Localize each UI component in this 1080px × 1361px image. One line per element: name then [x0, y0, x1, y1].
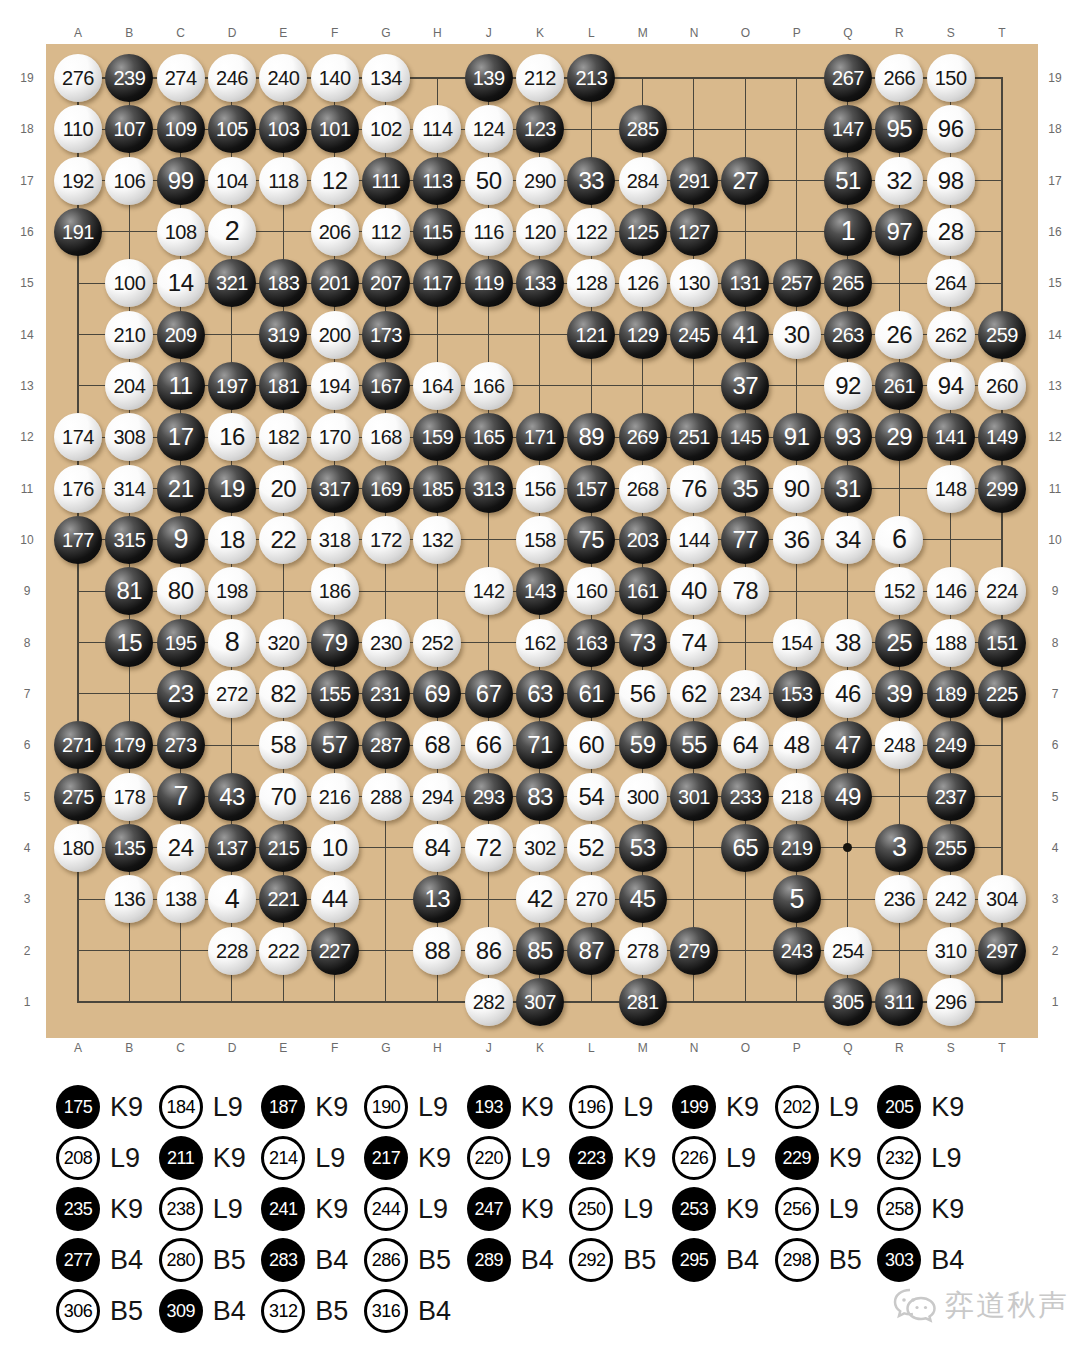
row-label-left: 14 [12, 326, 42, 344]
legend-stone: 193 [467, 1085, 511, 1129]
stone-move-number: 215 [267, 838, 299, 858]
legend-stone: 250 [569, 1187, 613, 1231]
stone-move-number: 142 [473, 581, 505, 601]
board-stone-27: 27 [721, 157, 769, 205]
stone-move-number: 145 [729, 427, 761, 447]
board-stone-263: 263 [824, 311, 872, 359]
row-label-right: 11 [1040, 480, 1070, 498]
board-stone-78: 78 [721, 567, 769, 615]
board-stone-203: 203 [619, 516, 667, 564]
board-stone-60: 60 [567, 721, 615, 769]
stone-move-number: 67 [476, 682, 502, 706]
legend-entry-move-256: 256L9 [775, 1187, 859, 1231]
column-label-bottom: C [166, 1039, 196, 1057]
board-stone-219: 219 [773, 824, 821, 872]
legend-entry-move-312: 312B5 [261, 1289, 348, 1333]
stone-move-number: 245 [678, 325, 710, 345]
column-label-top: R [884, 24, 914, 42]
legend-stone: 286 [364, 1238, 408, 1282]
stone-move-number: 271 [62, 735, 94, 755]
board-stone-180: 180 [54, 824, 102, 872]
stone-move-number: 236 [883, 889, 915, 909]
stone-move-number: 290 [524, 171, 556, 191]
stone-move-number: 68 [424, 733, 450, 757]
board-stone-108: 108 [157, 208, 205, 256]
board-stone-198: 198 [208, 567, 256, 615]
stone-move-number: 106 [113, 171, 145, 191]
stone-move-number: 111 [372, 171, 401, 191]
board-stone-59: 59 [619, 721, 667, 769]
board-stone-230: 230 [362, 619, 410, 667]
legend-entry-move-309: 309B4 [159, 1289, 246, 1333]
board-stone-22: 22 [259, 516, 307, 564]
legend-entry-move-316: 316B4 [364, 1289, 451, 1333]
board-stone-30: 30 [773, 311, 821, 359]
board-stone-181: 181 [259, 362, 307, 410]
board-stone-39: 39 [875, 670, 923, 718]
row-label-left: 13 [12, 377, 42, 395]
stone-move-number: 39 [886, 682, 912, 706]
stone-move-number: 60 [578, 733, 604, 757]
stone-move-number: 122 [575, 222, 607, 242]
stone-move-number: 30 [784, 323, 810, 347]
legend-entry-move-187: 187K9 [261, 1085, 348, 1129]
legend-entry-move-238: 238L9 [159, 1187, 243, 1231]
stone-move-number: 43 [219, 785, 245, 809]
board-stone-29: 29 [875, 413, 923, 461]
stone-move-number: 75 [578, 528, 604, 552]
legend-coordinate: L9 [110, 1143, 140, 1174]
stone-move-number: 195 [165, 633, 197, 653]
stone-move-number: 101 [319, 119, 351, 139]
row-label-right: 4 [1040, 839, 1070, 857]
board-stone-75: 75 [567, 516, 615, 564]
column-label-top: F [320, 24, 350, 42]
stone-move-number: 301 [678, 787, 710, 807]
stone-move-number: 210 [113, 325, 145, 345]
legend-coordinate: B5 [315, 1296, 348, 1327]
column-label-top: C [166, 24, 196, 42]
stone-move-number: 118 [268, 171, 298, 191]
stone-move-number: 151 [986, 633, 1018, 653]
board-stone-74: 74 [670, 619, 718, 667]
board-stone-197: 197 [208, 362, 256, 410]
legend-coordinate: B5 [110, 1296, 143, 1327]
stone-move-number: 159 [421, 427, 453, 447]
legend-coordinate: K9 [726, 1194, 759, 1225]
legend-stone: 295 [672, 1238, 716, 1282]
board-stone-287: 287 [362, 721, 410, 769]
legend-stone: 238 [159, 1187, 203, 1231]
stone-move-number: 176 [62, 479, 94, 499]
board-stone-83: 83 [516, 773, 564, 821]
board-stone-85: 85 [516, 927, 564, 975]
row-label-left: 2 [12, 942, 42, 960]
legend-coordinate: L9 [726, 1143, 756, 1174]
stone-move-number: 171 [524, 427, 556, 447]
legend-stone: 220 [467, 1136, 511, 1180]
stone-move-number: 48 [784, 733, 810, 757]
stone-move-number: 160 [575, 581, 607, 601]
board-stone-245: 245 [670, 311, 718, 359]
stone-move-number: 158 [524, 530, 556, 550]
stone-move-number: 314 [113, 479, 145, 499]
board-stone-41: 41 [721, 311, 769, 359]
stone-move-number: 219 [781, 838, 813, 858]
stone-move-number: 139 [473, 68, 505, 88]
row-label-left: 18 [12, 120, 42, 138]
stone-move-number: 19 [219, 477, 245, 501]
board-stone-224: 224 [978, 567, 1026, 615]
stone-move-number: 149 [986, 427, 1018, 447]
board-stone-55: 55 [670, 721, 718, 769]
board-stone-82: 82 [259, 670, 307, 718]
board-stone-76: 76 [670, 465, 718, 513]
legend-entry-move-175: 175K9 [56, 1085, 143, 1129]
board-stone-186: 186 [311, 567, 359, 615]
board-stone-69: 69 [413, 670, 461, 718]
stone-move-number: 255 [935, 838, 967, 858]
stone-move-number: 178 [113, 787, 145, 807]
board-stone-77: 77 [721, 516, 769, 564]
row-label-left: 3 [12, 890, 42, 908]
board-stone-231: 231 [362, 670, 410, 718]
board-stone-114: 114 [413, 105, 461, 153]
legend-entry-move-214: 214L9 [261, 1136, 345, 1180]
board-stone-275: 275 [54, 773, 102, 821]
board-stone-126: 126 [619, 259, 667, 307]
stone-move-number: 138 [165, 889, 197, 909]
stone-move-number: 228 [216, 941, 248, 961]
stone-move-number: 167 [370, 376, 402, 396]
column-label-bottom: M [628, 1039, 658, 1057]
stone-move-number: 265 [832, 273, 864, 293]
board-stone-176: 176 [54, 465, 102, 513]
board-stone-1: 1 [824, 208, 872, 256]
legend-entry-move-292: 292B5 [569, 1238, 656, 1282]
stone-move-number: 269 [627, 427, 659, 447]
board-stone-106: 106 [105, 157, 153, 205]
stone-move-number: 72 [476, 836, 502, 860]
stone-move-number: 54 [578, 785, 604, 809]
stone-move-number: 321 [216, 273, 248, 293]
row-label-left: 11 [12, 480, 42, 498]
column-label-bottom: H [422, 1039, 452, 1057]
legend-coordinate: K9 [726, 1092, 759, 1123]
stone-move-number: 10 [322, 836, 348, 860]
board-stone-134: 134 [362, 54, 410, 102]
column-label-top: P [782, 24, 812, 42]
board-stone-47: 47 [824, 721, 872, 769]
stone-move-number: 318 [319, 530, 351, 550]
board-stone-160: 160 [567, 567, 615, 615]
stone-move-number: 49 [835, 785, 861, 809]
board-stone-40: 40 [670, 567, 718, 615]
board-stone-268: 268 [619, 465, 667, 513]
board-stone-242: 242 [927, 875, 975, 923]
row-label-right: 1 [1040, 993, 1070, 1011]
stone-move-number: 76 [681, 477, 707, 501]
board-stone-252: 252 [413, 619, 461, 667]
stone-move-number: 136 [113, 889, 145, 909]
legend-entry-move-232: 232L9 [877, 1136, 961, 1180]
stone-move-number: 304 [986, 889, 1018, 909]
board-stone-227: 227 [311, 927, 359, 975]
stone-move-number: 112 [371, 222, 401, 242]
stone-move-number: 170 [319, 427, 351, 447]
board-stone-284: 284 [619, 157, 667, 205]
stone-move-number: 262 [935, 325, 967, 345]
stone-move-number: 90 [784, 477, 810, 501]
board-stone-248: 248 [875, 721, 923, 769]
board-stone-15: 15 [105, 619, 153, 667]
board-stone-166: 166 [465, 362, 513, 410]
board-stone-115: 115 [413, 208, 461, 256]
board-stone-260: 260 [978, 362, 1026, 410]
stone-move-number: 174 [62, 427, 94, 447]
board-stone-218: 218 [773, 773, 821, 821]
board-stone-269: 269 [619, 413, 667, 461]
board-stone-173: 173 [362, 311, 410, 359]
legend-entry-move-247: 247K9 [467, 1187, 554, 1231]
stone-move-number: 120 [524, 222, 556, 242]
board-stone-102: 102 [362, 105, 410, 153]
stone-move-number: 169 [370, 479, 402, 499]
board-stone-38: 38 [824, 619, 872, 667]
board-stone-96: 96 [927, 105, 975, 153]
stone-move-number: 22 [270, 528, 296, 552]
stone-move-number: 124 [473, 119, 505, 139]
board-stone-293: 293 [465, 773, 513, 821]
board-stone-254: 254 [824, 927, 872, 975]
board-stone-178: 178 [105, 773, 153, 821]
stone-move-number: 165 [473, 427, 505, 447]
stone-move-number: 191 [62, 222, 94, 242]
legend-entry-move-244: 244L9 [364, 1187, 448, 1231]
stone-move-number: 110 [63, 119, 93, 139]
stone-move-number: 132 [421, 530, 453, 550]
legend-coordinate: L9 [623, 1194, 653, 1225]
column-label-bottom: J [474, 1039, 504, 1057]
board-stone-163: 163 [567, 619, 615, 667]
legend-stone: 199 [672, 1085, 716, 1129]
stone-move-number: 156 [524, 479, 556, 499]
stone-move-number: 53 [630, 836, 656, 860]
board-stone-167: 167 [362, 362, 410, 410]
column-label-top: Q [833, 24, 863, 42]
board-stone-259: 259 [978, 311, 1026, 359]
legend-entry-move-226: 226L9 [672, 1136, 756, 1180]
legend-coordinate: B5 [829, 1245, 862, 1276]
stone-move-number: 273 [165, 735, 197, 755]
board-stone-142: 142 [465, 567, 513, 615]
legend-coordinate: L9 [931, 1143, 961, 1174]
row-label-left: 5 [12, 788, 42, 806]
legend-coordinate: L9 [623, 1092, 653, 1123]
board-stone-117: 117 [413, 259, 461, 307]
stone-move-number: 246 [216, 68, 248, 88]
row-label-left: 10 [12, 531, 42, 549]
column-label-bottom: L [576, 1039, 606, 1057]
kifu-page: 2762392742462401401341392122132672661501… [0, 0, 1080, 1361]
board-stone-221: 221 [259, 875, 307, 923]
stone-move-number: 94 [938, 374, 964, 398]
board-stone-319: 319 [259, 311, 307, 359]
board-stone-45: 45 [619, 875, 667, 923]
legend-stone: 312 [261, 1289, 305, 1333]
stone-move-number: 157 [575, 479, 607, 499]
board-stone-239: 239 [105, 54, 153, 102]
row-label-right: 16 [1040, 223, 1070, 241]
board-stone-10: 10 [311, 824, 359, 872]
stone-move-number: 293 [473, 787, 505, 807]
board-stone-49: 49 [824, 773, 872, 821]
board-stone-61: 61 [567, 670, 615, 718]
board-stone-17: 17 [157, 413, 205, 461]
board-stone-150: 150 [927, 54, 975, 102]
row-label-right: 15 [1040, 274, 1070, 292]
board-stone-278: 278 [619, 927, 667, 975]
stone-move-number: 5 [789, 886, 804, 913]
stone-move-number: 194 [319, 376, 351, 396]
stone-move-number: 133 [524, 273, 556, 293]
legend-entry-move-223: 223K9 [569, 1136, 656, 1180]
legend-stone: 211 [159, 1136, 203, 1180]
board-stone-276: 276 [54, 54, 102, 102]
board-stone-90: 90 [773, 465, 821, 513]
board-stone-23: 23 [157, 670, 205, 718]
legend-stone: 196 [569, 1085, 613, 1129]
stone-move-number: 117 [422, 273, 452, 293]
board-stone-36: 36 [773, 516, 821, 564]
legend-stone: 229 [775, 1136, 819, 1180]
board-stone-112: 112 [362, 208, 410, 256]
board-stone-294: 294 [413, 773, 461, 821]
legend-stone: 241 [261, 1187, 305, 1231]
board-stone-271: 271 [54, 721, 102, 769]
board-stone-119: 119 [465, 259, 513, 307]
board-stone-155: 155 [311, 670, 359, 718]
board-stone-6: 6 [875, 516, 923, 564]
board-stone-12: 12 [311, 157, 359, 205]
column-label-bottom: G [371, 1039, 401, 1057]
board-stone-188: 188 [927, 619, 975, 667]
board-stone-153: 153 [773, 670, 821, 718]
stone-move-number: 163 [575, 633, 607, 653]
board-stone-51: 51 [824, 157, 872, 205]
legend-coordinate: L9 [418, 1194, 448, 1225]
legend-entry-move-286: 286B5 [364, 1238, 451, 1282]
stone-move-number: 172 [370, 530, 402, 550]
stone-move-number: 108 [165, 222, 197, 242]
board-stone-81: 81 [105, 567, 153, 615]
stone-move-number: 143 [524, 581, 556, 601]
legend-coordinate: K9 [829, 1143, 862, 1174]
stone-move-number: 248 [883, 735, 915, 755]
stone-move-number: 134 [370, 68, 402, 88]
board-stone-195: 195 [157, 619, 205, 667]
legend-coordinate: K9 [931, 1194, 964, 1225]
stone-move-number: 86 [476, 939, 502, 963]
stone-move-number: 98 [938, 169, 964, 193]
legend-coordinate: K9 [521, 1194, 554, 1225]
board-stone-285: 285 [619, 105, 667, 153]
stone-move-number: 272 [216, 684, 248, 704]
stone-move-number: 61 [578, 682, 604, 706]
stone-move-number: 154 [781, 633, 813, 653]
board-stone-34: 34 [824, 516, 872, 564]
board-stone-111: 111 [362, 157, 410, 205]
stone-move-number: 279 [678, 941, 710, 961]
stone-move-number: 40 [681, 579, 707, 603]
legend-coordinate: K9 [315, 1092, 348, 1123]
stone-move-number: 92 [835, 374, 861, 398]
row-label-right: 6 [1040, 736, 1070, 754]
legend-stone: 258 [877, 1187, 921, 1231]
board-stone-62: 62 [670, 670, 718, 718]
legend-entry-move-217: 217K9 [364, 1136, 451, 1180]
stone-move-number: 281 [627, 992, 659, 1012]
board-stone-194: 194 [311, 362, 359, 410]
star-point [843, 843, 852, 852]
board-stone-310: 310 [927, 927, 975, 975]
board-stone-288: 288 [362, 773, 410, 821]
row-label-left: 15 [12, 274, 42, 292]
row-label-left: 6 [12, 736, 42, 754]
stone-move-number: 8 [225, 629, 240, 656]
board-stone-189: 189 [927, 670, 975, 718]
stone-move-number: 278 [627, 941, 659, 961]
board-stone-320: 320 [259, 619, 307, 667]
board-stone-301: 301 [670, 773, 718, 821]
stone-move-number: 128 [575, 273, 607, 293]
stone-move-number: 63 [527, 682, 553, 706]
stone-move-number: 197 [216, 376, 248, 396]
board-stone-70: 70 [259, 773, 307, 821]
stone-move-number: 212 [524, 68, 556, 88]
stone-move-number: 141 [935, 427, 967, 447]
stone-move-number: 70 [270, 785, 296, 809]
stone-move-number: 192 [62, 171, 94, 191]
legend-stone: 244 [364, 1187, 408, 1231]
legend-coordinate: K9 [623, 1143, 656, 1174]
board-stone-132: 132 [413, 516, 461, 564]
board-stone-130: 130 [670, 259, 718, 307]
legend-stone: 202 [775, 1085, 819, 1129]
stone-move-number: 308 [113, 427, 145, 447]
board-stone-213: 213 [567, 54, 615, 102]
legend-stone: 306 [56, 1289, 100, 1333]
board-stone-57: 57 [311, 721, 359, 769]
board-stone-182: 182 [259, 413, 307, 461]
stone-move-number: 213 [575, 68, 607, 88]
stone-move-number: 224 [986, 581, 1018, 601]
board-stone-21: 21 [157, 465, 205, 513]
column-label-top: K [525, 24, 555, 42]
stone-move-number: 16 [219, 425, 245, 449]
board-stone-300: 300 [619, 773, 667, 821]
board-stone-20: 20 [259, 465, 307, 513]
legend-stone: 256 [775, 1187, 819, 1231]
board-stone-19: 19 [208, 465, 256, 513]
legend-coordinate: K9 [418, 1143, 451, 1174]
legend-entry-move-295: 295B4 [672, 1238, 759, 1282]
stone-move-number: 14 [168, 271, 194, 295]
board-stone-136: 136 [105, 875, 153, 923]
board-stone-315: 315 [105, 516, 153, 564]
stone-move-number: 200 [319, 325, 351, 345]
legend-coordinate: L9 [418, 1092, 448, 1123]
